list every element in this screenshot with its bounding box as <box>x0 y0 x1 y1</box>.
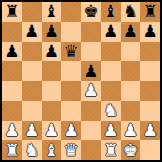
square-h2[interactable]: ♟ <box>140 121 160 141</box>
square-e7[interactable] <box>81 22 101 42</box>
square-g8[interactable]: ♞ <box>121 2 141 22</box>
square-h8[interactable]: ♜ <box>140 2 160 22</box>
square-b4[interactable] <box>22 81 42 101</box>
square-b2[interactable]: ♟ <box>22 121 42 141</box>
square-f1[interactable]: ♜ <box>101 140 121 160</box>
square-d4[interactable] <box>61 81 81 101</box>
piece-white-knight[interactable]: ♞ <box>103 101 118 120</box>
piece-white-pawn[interactable]: ♟ <box>123 121 138 140</box>
square-e1[interactable] <box>81 140 101 160</box>
square-e2[interactable] <box>81 121 101 141</box>
square-c8[interactable]: ♝ <box>42 2 62 22</box>
square-c3[interactable] <box>42 101 62 121</box>
square-g3[interactable] <box>121 101 141 121</box>
square-d5[interactable] <box>61 61 81 81</box>
square-g2[interactable]: ♟ <box>121 121 141 141</box>
square-f2[interactable]: ♟ <box>101 121 121 141</box>
piece-white-pawn[interactable]: ♟ <box>143 121 158 140</box>
square-c1[interactable]: ♝ <box>42 140 62 160</box>
piece-white-bishop[interactable]: ♝ <box>44 141 59 160</box>
piece-white-rook[interactable]: ♜ <box>4 141 19 160</box>
square-d3[interactable] <box>61 101 81 121</box>
square-a2[interactable]: ♟ <box>2 121 22 141</box>
square-f3[interactable]: ♞ <box>101 101 121 121</box>
square-b7[interactable]: ♟ <box>22 22 42 42</box>
piece-black-pawn[interactable]: ♟ <box>44 42 59 61</box>
square-f7[interactable]: ♟ <box>101 22 121 42</box>
square-a7[interactable] <box>2 22 22 42</box>
square-h4[interactable] <box>140 81 160 101</box>
piece-white-pawn[interactable]: ♟ <box>83 81 98 100</box>
square-f6[interactable] <box>101 42 121 62</box>
piece-black-bishop[interactable]: ♝ <box>103 2 118 21</box>
chess-board: ♜♝♚♝♞♜♟♟♟♟♟♟♟♛♟♟♞♟♟♟♟♟♟♟♜♞♝♛♜♚ <box>0 0 162 162</box>
piece-black-rook[interactable]: ♜ <box>4 2 19 21</box>
square-c5[interactable] <box>42 61 62 81</box>
square-b3[interactable] <box>22 101 42 121</box>
piece-black-knight[interactable]: ♞ <box>123 2 138 21</box>
square-e6[interactable] <box>81 42 101 62</box>
square-d8[interactable] <box>61 2 81 22</box>
square-g6[interactable] <box>121 42 141 62</box>
square-c2[interactable]: ♟ <box>42 121 62 141</box>
square-d7[interactable] <box>61 22 81 42</box>
square-e5[interactable]: ♟ <box>81 61 101 81</box>
square-b5[interactable] <box>22 61 42 81</box>
square-h6[interactable] <box>140 42 160 62</box>
square-a1[interactable]: ♜ <box>2 140 22 160</box>
square-d6[interactable]: ♛ <box>61 42 81 62</box>
square-f8[interactable]: ♝ <box>101 2 121 22</box>
piece-white-pawn[interactable]: ♟ <box>24 121 39 140</box>
piece-black-pawn[interactable]: ♟ <box>24 22 39 41</box>
piece-black-pawn[interactable]: ♟ <box>4 42 19 61</box>
piece-white-rook[interactable]: ♜ <box>103 141 118 160</box>
square-b8[interactable] <box>22 2 42 22</box>
piece-black-pawn[interactable]: ♟ <box>83 62 98 81</box>
piece-black-rook[interactable]: ♜ <box>143 2 158 21</box>
square-e4[interactable]: ♟ <box>81 81 101 101</box>
square-h7[interactable]: ♟ <box>140 22 160 42</box>
square-f5[interactable] <box>101 61 121 81</box>
square-a6[interactable]: ♟ <box>2 42 22 62</box>
piece-white-queen[interactable]: ♛ <box>64 141 79 160</box>
square-a3[interactable] <box>2 101 22 121</box>
square-d1[interactable]: ♛ <box>61 140 81 160</box>
square-c6[interactable]: ♟ <box>42 42 62 62</box>
square-e8[interactable]: ♚ <box>81 2 101 22</box>
piece-white-pawn[interactable]: ♟ <box>4 121 19 140</box>
square-g4[interactable] <box>121 81 141 101</box>
square-a8[interactable]: ♜ <box>2 2 22 22</box>
piece-black-pawn[interactable]: ♟ <box>44 22 59 41</box>
piece-white-pawn[interactable]: ♟ <box>44 121 59 140</box>
square-h1[interactable] <box>140 140 160 160</box>
piece-white-king[interactable]: ♚ <box>123 141 138 160</box>
square-c7[interactable]: ♟ <box>42 22 62 42</box>
piece-black-queen[interactable]: ♛ <box>64 42 79 61</box>
square-b1[interactable]: ♞ <box>22 140 42 160</box>
square-g7[interactable]: ♟ <box>121 22 141 42</box>
piece-black-bishop[interactable]: ♝ <box>44 2 59 21</box>
square-b6[interactable] <box>22 42 42 62</box>
square-d2[interactable]: ♟ <box>61 121 81 141</box>
piece-black-pawn[interactable]: ♟ <box>143 22 158 41</box>
square-a4[interactable] <box>2 81 22 101</box>
piece-black-king[interactable]: ♚ <box>83 2 98 21</box>
square-c4[interactable] <box>42 81 62 101</box>
square-g5[interactable] <box>121 61 141 81</box>
square-a5[interactable] <box>2 61 22 81</box>
square-e3[interactable] <box>81 101 101 121</box>
piece-black-pawn[interactable]: ♟ <box>103 22 118 41</box>
piece-white-pawn[interactable]: ♟ <box>64 121 79 140</box>
piece-black-pawn[interactable]: ♟ <box>123 22 138 41</box>
square-g1[interactable]: ♚ <box>121 140 141 160</box>
piece-white-pawn[interactable]: ♟ <box>103 121 118 140</box>
square-f4[interactable] <box>101 81 121 101</box>
square-h3[interactable] <box>140 101 160 121</box>
piece-white-knight[interactable]: ♞ <box>24 141 39 160</box>
square-h5[interactable] <box>140 61 160 81</box>
